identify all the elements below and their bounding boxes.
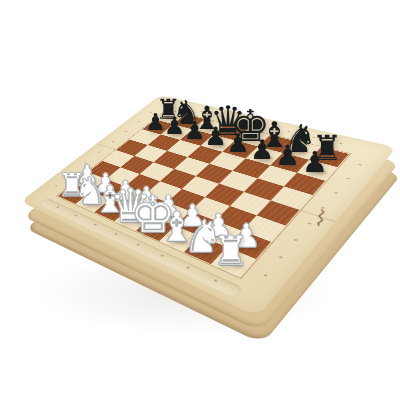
border-dot	[220, 115, 223, 116]
border-dot	[200, 111, 203, 112]
border-dot	[137, 121, 140, 122]
border-dot	[55, 185, 58, 187]
border-dot	[84, 162, 87, 164]
border-dot	[241, 120, 244, 121]
border-dot	[150, 112, 153, 113]
border-dot	[293, 239, 297, 242]
border-dot	[263, 125, 266, 127]
chess-set-photo: ♜♞♝♛♚♝♞♜♟♟♟♟♟♟♟♟♟♟♟♟♟♟♟♟♜♞♝♛♚♝♞♜	[0, 0, 400, 400]
border-dot	[339, 143, 343, 145]
border-dot	[279, 256, 284, 259]
border-dot	[358, 164, 362, 166]
border-dot	[70, 173, 73, 175]
border-dot	[263, 274, 268, 277]
border-dot	[334, 192, 338, 194]
border-dot	[346, 177, 350, 179]
border-dot	[98, 151, 101, 153]
border-dot	[125, 131, 128, 132]
border-dot	[112, 141, 115, 143]
border-dot	[287, 131, 290, 133]
border-dot	[312, 136, 316, 138]
border-dot	[181, 106, 184, 107]
